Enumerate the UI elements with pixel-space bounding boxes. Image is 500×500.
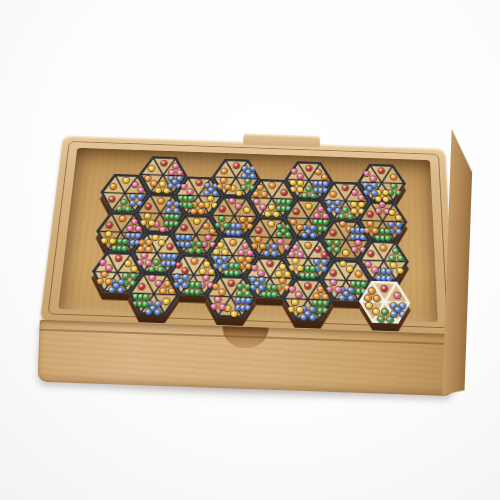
pip-G xyxy=(223,223,229,228)
pip-Y xyxy=(297,187,303,192)
pip-O xyxy=(373,295,379,301)
pip-Y xyxy=(268,221,274,226)
pip-R xyxy=(379,168,385,173)
pip-O xyxy=(209,228,215,233)
pip-G xyxy=(389,255,395,261)
pip-B xyxy=(388,222,394,227)
pip-R xyxy=(381,285,387,291)
pip-Y xyxy=(163,188,169,193)
pip-G xyxy=(385,228,391,233)
pip-G xyxy=(234,263,240,269)
pip-P xyxy=(335,287,341,293)
pip-Y xyxy=(343,250,349,256)
pip-Y xyxy=(222,249,228,255)
pip-P xyxy=(105,265,111,271)
pip-P xyxy=(173,163,179,168)
pip-B xyxy=(221,263,227,269)
pip-P xyxy=(159,226,165,231)
pip-Y xyxy=(389,210,395,215)
pip-Y xyxy=(231,311,237,317)
pip-P xyxy=(247,250,253,256)
pip-O xyxy=(225,184,231,189)
pip-Y xyxy=(366,303,372,309)
pip-R xyxy=(256,227,262,232)
pip-G xyxy=(382,309,388,315)
pip-P xyxy=(238,250,244,256)
pip-O xyxy=(369,288,375,294)
pip-G xyxy=(187,202,193,207)
pip-Y xyxy=(373,309,379,315)
pip-Y xyxy=(208,269,214,275)
pip-G xyxy=(334,247,340,253)
pip-R xyxy=(368,251,374,257)
pip-P xyxy=(314,213,320,218)
pip-O xyxy=(356,271,362,277)
tile-board xyxy=(88,155,399,324)
pip-G xyxy=(121,199,127,204)
pip-R xyxy=(182,267,188,273)
pip-B xyxy=(390,311,396,317)
pip-Y xyxy=(297,265,303,271)
pip-P xyxy=(375,208,381,213)
pip-O xyxy=(269,183,275,188)
pip-Y xyxy=(148,220,154,225)
pip-P xyxy=(168,170,174,175)
pip-P xyxy=(99,259,105,265)
pip-O xyxy=(305,242,311,248)
pip-P xyxy=(291,168,297,173)
pip-Y xyxy=(280,264,286,270)
pip-B xyxy=(314,259,320,265)
pip-G xyxy=(338,214,344,219)
pip-P xyxy=(351,189,357,194)
pip-B xyxy=(386,275,392,281)
pip-G xyxy=(378,316,384,322)
pip-Y xyxy=(158,240,164,246)
pip-Y xyxy=(275,271,281,277)
pip-B xyxy=(108,287,114,293)
pip-B xyxy=(309,315,315,321)
pip-B xyxy=(236,223,242,228)
pip-Y xyxy=(390,262,396,268)
pip-G xyxy=(125,206,131,211)
pip-O xyxy=(296,225,302,230)
pip-O xyxy=(253,191,259,196)
lid-slot-tab xyxy=(242,133,319,147)
hex-tile-c1r3[interactable] xyxy=(126,272,180,316)
pip-G xyxy=(393,248,399,254)
wooden-box xyxy=(37,109,463,408)
pip-P xyxy=(379,202,385,207)
pip-O xyxy=(158,198,164,203)
pip-P xyxy=(145,260,151,266)
pip-P xyxy=(370,176,376,181)
pip-R xyxy=(305,283,311,289)
pip-G xyxy=(188,195,194,200)
pip-B xyxy=(335,208,341,213)
pip-P xyxy=(394,293,400,299)
pip-G xyxy=(334,240,340,246)
pip-B xyxy=(117,287,123,293)
pip-P xyxy=(260,204,266,209)
pip-R xyxy=(281,189,287,194)
pip-B xyxy=(182,282,188,288)
pip-B xyxy=(167,183,173,188)
pip-R xyxy=(321,252,327,258)
pip-G xyxy=(310,273,316,279)
pip-P xyxy=(132,182,138,187)
pip-P xyxy=(289,286,295,292)
pip-B xyxy=(272,244,278,250)
pip-Y xyxy=(131,266,137,272)
pip-G xyxy=(310,193,316,198)
pip-P xyxy=(293,244,299,250)
pip-Y xyxy=(109,238,115,244)
pip-R xyxy=(234,163,240,168)
pip-G xyxy=(234,270,240,276)
pip-Y xyxy=(273,211,279,216)
pip-P xyxy=(149,274,155,280)
pip-Y xyxy=(351,201,357,206)
pip-O xyxy=(159,288,165,294)
pip-R xyxy=(181,225,187,230)
pip-B xyxy=(386,268,392,274)
pip-O xyxy=(339,221,345,226)
pip-P xyxy=(215,296,221,302)
pip-B xyxy=(145,309,151,315)
pip-Y xyxy=(298,180,304,185)
pip-O xyxy=(315,169,321,174)
pip-G xyxy=(123,273,129,279)
pip-B xyxy=(129,200,135,205)
pip-G xyxy=(116,206,122,211)
pip-O xyxy=(372,228,378,233)
pip-G xyxy=(302,193,308,198)
pip-P xyxy=(322,213,328,218)
pip-P xyxy=(155,280,161,286)
pip-Y xyxy=(236,190,242,195)
pip-B xyxy=(235,230,241,235)
pip-P xyxy=(258,270,264,276)
pip-R xyxy=(175,262,181,268)
pip-Y xyxy=(124,260,130,266)
pip-G xyxy=(276,232,282,237)
pip-P xyxy=(372,267,378,273)
pip-Y xyxy=(383,196,389,201)
pip-R xyxy=(109,196,115,201)
pip-R xyxy=(342,185,348,190)
pip-P xyxy=(177,170,183,175)
pip-B xyxy=(371,190,377,195)
pip-Y xyxy=(340,261,346,267)
pip-Y xyxy=(383,190,389,195)
pip-Y xyxy=(306,203,312,208)
pip-G xyxy=(347,214,353,219)
pip-P xyxy=(358,195,364,200)
pip-Y xyxy=(213,249,219,255)
pip-P xyxy=(288,251,294,257)
hex-tile-c5r3[interactable] xyxy=(282,278,334,322)
pip-P xyxy=(187,189,193,194)
pip-R xyxy=(106,222,112,227)
pip-Y xyxy=(199,268,205,274)
pip-R xyxy=(306,165,312,170)
pip-P xyxy=(251,264,257,270)
pip-P xyxy=(363,171,369,176)
pip-O xyxy=(260,244,266,250)
pip-G xyxy=(387,317,393,323)
pip-P xyxy=(351,247,357,253)
pip-O xyxy=(212,284,218,290)
pip-B xyxy=(185,234,191,239)
pip-B xyxy=(348,295,354,301)
pip-O xyxy=(391,174,397,179)
pip-P xyxy=(297,252,303,258)
pip-B xyxy=(300,315,306,321)
pip-G xyxy=(323,300,329,306)
pip-G xyxy=(398,255,404,261)
pip-Y xyxy=(152,234,158,239)
pip-Y xyxy=(155,188,161,193)
pip-P xyxy=(277,238,283,244)
pip-R xyxy=(228,280,234,286)
pip-B xyxy=(241,173,247,178)
pip-P xyxy=(318,206,324,211)
pip-O xyxy=(313,293,319,299)
pip-O xyxy=(330,191,336,196)
pip-Y xyxy=(346,266,352,272)
pip-P xyxy=(297,174,303,179)
pip-O xyxy=(151,181,157,186)
pip-R xyxy=(314,246,320,252)
hex-tile-c7r3[interactable] xyxy=(359,280,411,324)
pip-O xyxy=(257,185,263,190)
pip-O xyxy=(261,192,267,197)
pip-B xyxy=(264,251,270,257)
pip-P xyxy=(135,226,141,231)
pip-Y xyxy=(375,196,381,201)
pip-Y xyxy=(351,208,357,213)
pip-G xyxy=(343,207,349,212)
pip-O xyxy=(219,289,225,295)
pip-O xyxy=(321,174,327,179)
pip-P xyxy=(138,187,144,192)
pip-P xyxy=(229,198,235,203)
pip-P xyxy=(295,292,301,298)
pip-B xyxy=(271,251,277,257)
pip-Y xyxy=(395,215,401,220)
pip-P xyxy=(180,183,186,188)
pip-O xyxy=(230,239,236,245)
pip-R xyxy=(330,230,336,235)
pip-B xyxy=(360,227,366,232)
box-top-rim xyxy=(40,135,456,335)
pip-Y xyxy=(269,204,275,209)
box-right-face xyxy=(442,129,473,396)
pip-R xyxy=(330,270,336,276)
pip-G xyxy=(148,267,154,273)
pip-B xyxy=(258,285,264,291)
pip-P xyxy=(127,226,133,231)
pip-G xyxy=(272,285,278,291)
pip-G xyxy=(157,267,163,273)
pip-O xyxy=(105,279,111,285)
pip-P xyxy=(235,203,241,208)
pip-P xyxy=(243,243,249,249)
pip-Y xyxy=(292,299,298,305)
pip-Y xyxy=(264,211,270,216)
pip-O xyxy=(364,295,370,301)
pip-Y xyxy=(284,271,290,277)
pip-G xyxy=(271,292,277,298)
pip-B xyxy=(154,309,160,315)
pip-G xyxy=(391,183,397,188)
pip-O xyxy=(110,183,116,188)
pip-O xyxy=(322,293,328,299)
pip-O xyxy=(164,281,170,287)
scene xyxy=(0,0,500,500)
pip-B xyxy=(396,222,402,227)
pip-B xyxy=(185,241,191,247)
pip-B xyxy=(360,234,366,239)
box-front-face xyxy=(38,320,456,396)
pip-R xyxy=(367,212,373,217)
pip-G xyxy=(306,186,312,191)
pip-G xyxy=(241,185,247,190)
pip-P xyxy=(219,304,225,310)
hex-tile-c3r3[interactable] xyxy=(204,275,257,319)
pip-O xyxy=(203,223,209,228)
pip-B xyxy=(130,193,136,198)
pip-B xyxy=(339,295,345,301)
pip-O xyxy=(318,286,324,292)
pip-O xyxy=(380,245,386,251)
pip-Y xyxy=(397,268,403,274)
box-tray xyxy=(58,148,438,322)
pip-G xyxy=(385,235,391,240)
pip-R xyxy=(293,209,299,214)
pip-G xyxy=(310,266,316,272)
pip-R xyxy=(267,261,273,267)
pip-Y xyxy=(296,306,302,312)
pip-Y xyxy=(218,242,224,248)
pip-R xyxy=(161,160,167,165)
pip-O xyxy=(168,288,174,294)
